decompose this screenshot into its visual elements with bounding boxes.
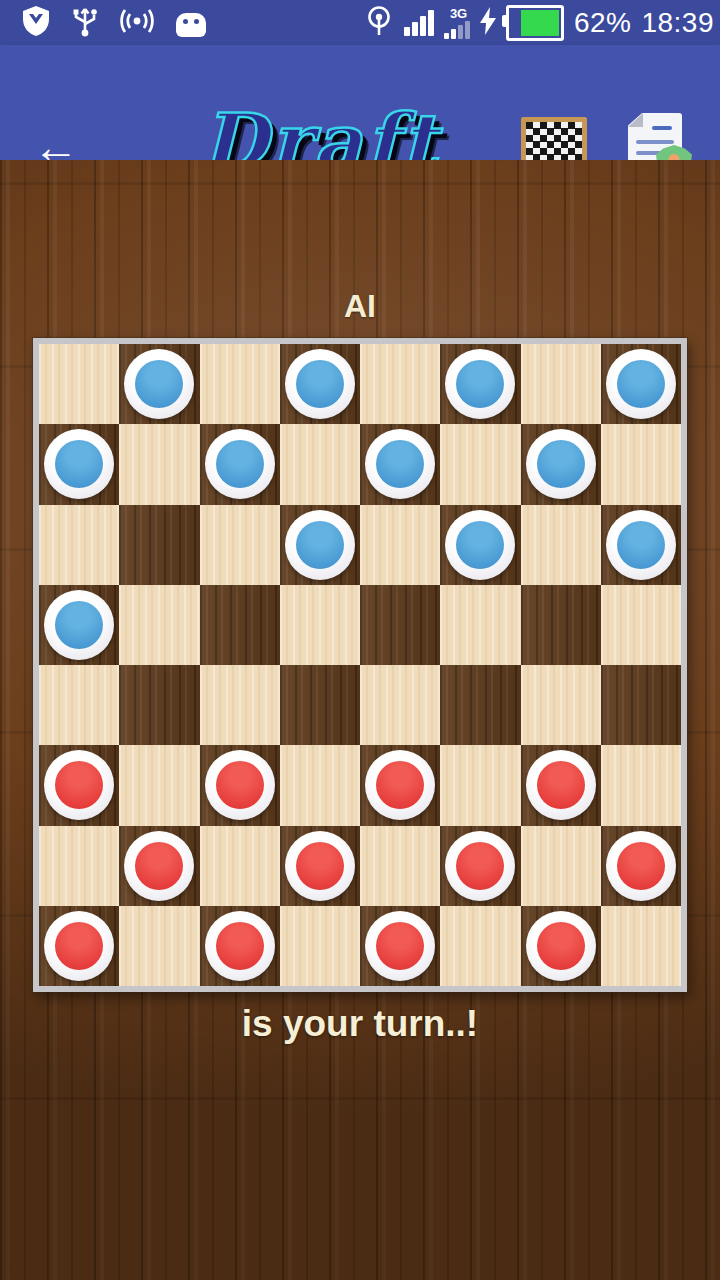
red-piece[interactable] [606, 831, 676, 901]
square-0-0[interactable] [39, 344, 119, 424]
android-icon [176, 13, 206, 37]
red-piece[interactable] [445, 831, 515, 901]
square-0-2[interactable] [200, 344, 280, 424]
status-bar: 3G 62% 18:39 [0, 0, 720, 45]
red-piece[interactable] [205, 750, 275, 820]
square-3-1[interactable] [119, 585, 199, 665]
square-0-3[interactable] [280, 344, 360, 424]
square-1-1[interactable] [119, 424, 199, 504]
blue-piece[interactable] [365, 429, 435, 499]
clock: 18:39 [641, 7, 714, 39]
square-1-0[interactable] [39, 424, 119, 504]
square-0-7[interactable] [601, 344, 681, 424]
square-4-1[interactable] [119, 665, 199, 745]
wood-background: AI is your turn..! [0, 160, 720, 1280]
board[interactable] [33, 338, 687, 992]
square-7-6[interactable] [521, 906, 601, 986]
opponent-label: AI [0, 288, 720, 325]
square-3-5[interactable] [440, 585, 520, 665]
red-piece[interactable] [44, 750, 114, 820]
square-4-3[interactable] [280, 665, 360, 745]
square-7-0[interactable] [39, 906, 119, 986]
square-3-7[interactable] [601, 585, 681, 665]
3g-signal-icon: 3G [444, 7, 470, 39]
square-3-2[interactable] [200, 585, 280, 665]
square-5-0[interactable] [39, 745, 119, 825]
square-1-7[interactable] [601, 424, 681, 504]
square-2-6[interactable] [521, 505, 601, 585]
square-5-1[interactable] [119, 745, 199, 825]
blue-piece[interactable] [445, 349, 515, 419]
portable-hotspot-icon [364, 5, 394, 41]
red-piece[interactable] [526, 750, 596, 820]
square-6-4[interactable] [360, 826, 440, 906]
shield-icon [22, 5, 50, 41]
square-3-4[interactable] [360, 585, 440, 665]
red-piece[interactable] [526, 911, 596, 981]
square-1-2[interactable] [200, 424, 280, 504]
status-left-icons [0, 4, 206, 42]
square-7-1[interactable] [119, 906, 199, 986]
square-6-2[interactable] [200, 826, 280, 906]
square-7-2[interactable] [200, 906, 280, 986]
status-right-icons: 3G 62% 18:39 [364, 5, 720, 41]
turn-message: is your turn..! [0, 1003, 720, 1045]
square-5-5[interactable] [440, 745, 520, 825]
square-4-0[interactable] [39, 665, 119, 745]
square-3-3[interactable] [280, 585, 360, 665]
blue-piece[interactable] [124, 349, 194, 419]
square-3-0[interactable] [39, 585, 119, 665]
red-piece[interactable] [124, 831, 194, 901]
network-type-label: 3G [450, 7, 467, 20]
square-0-1[interactable] [119, 344, 199, 424]
square-2-5[interactable] [440, 505, 520, 585]
square-4-4[interactable] [360, 665, 440, 745]
red-piece[interactable] [285, 831, 355, 901]
signal-strength-icon [404, 10, 434, 36]
blue-piece[interactable] [285, 349, 355, 419]
square-6-7[interactable] [601, 826, 681, 906]
square-5-3[interactable] [280, 745, 360, 825]
square-6-0[interactable] [39, 826, 119, 906]
red-piece[interactable] [205, 911, 275, 981]
red-piece[interactable] [44, 911, 114, 981]
blue-piece[interactable] [44, 429, 114, 499]
blue-piece[interactable] [606, 510, 676, 580]
square-4-5[interactable] [440, 665, 520, 745]
blue-piece[interactable] [285, 510, 355, 580]
app-bar: ← Draft [0, 45, 720, 160]
blue-piece[interactable] [445, 510, 515, 580]
blue-piece[interactable] [526, 429, 596, 499]
battery-icon [506, 5, 564, 41]
square-7-7[interactable] [601, 906, 681, 986]
square-0-4[interactable] [360, 344, 440, 424]
blue-piece[interactable] [205, 429, 275, 499]
square-2-7[interactable] [601, 505, 681, 585]
square-7-4[interactable] [360, 906, 440, 986]
red-piece[interactable] [365, 911, 435, 981]
square-2-1[interactable] [119, 505, 199, 585]
battery-percent: 62% [574, 7, 632, 39]
square-1-5[interactable] [440, 424, 520, 504]
square-6-6[interactable] [521, 826, 601, 906]
usb-icon [72, 4, 98, 42]
square-5-7[interactable] [601, 745, 681, 825]
square-5-6[interactable] [521, 745, 601, 825]
square-4-2[interactable] [200, 665, 280, 745]
phone-screen: 3G 62% 18:39 ← Draft AI i [0, 0, 720, 1280]
square-7-5[interactable] [440, 906, 520, 986]
battery-fill [521, 10, 558, 36]
blue-piece[interactable] [606, 349, 676, 419]
square-1-4[interactable] [360, 424, 440, 504]
square-6-3[interactable] [280, 826, 360, 906]
square-6-1[interactable] [119, 826, 199, 906]
square-1-3[interactable] [280, 424, 360, 504]
square-2-3[interactable] [280, 505, 360, 585]
square-2-0[interactable] [39, 505, 119, 585]
square-4-7[interactable] [601, 665, 681, 745]
square-1-6[interactable] [521, 424, 601, 504]
square-6-5[interactable] [440, 826, 520, 906]
square-5-4[interactable] [360, 745, 440, 825]
square-2-4[interactable] [360, 505, 440, 585]
square-2-2[interactable] [200, 505, 280, 585]
red-piece[interactable] [365, 750, 435, 820]
square-3-6[interactable] [521, 585, 601, 665]
square-7-3[interactable] [280, 906, 360, 986]
square-4-6[interactable] [521, 665, 601, 745]
square-0-6[interactable] [521, 344, 601, 424]
wifi-hotspot-icon [120, 8, 154, 38]
square-5-2[interactable] [200, 745, 280, 825]
blue-piece[interactable] [44, 590, 114, 660]
square-0-5[interactable] [440, 344, 520, 424]
charging-bolt-icon [480, 7, 496, 39]
